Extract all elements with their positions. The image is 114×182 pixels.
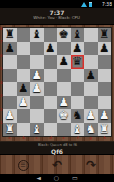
square-e6[interactable]: ♟: [57, 55, 71, 69]
square-c6[interactable]: [30, 55, 44, 69]
square-b3[interactable]: ♟: [17, 96, 31, 110]
square-e8[interactable]: ♚: [57, 28, 71, 42]
square-g7[interactable]: [84, 42, 98, 56]
rank-label-5: 5: [0, 67, 2, 71]
file-label-f: f: [74, 136, 80, 139]
square-a8[interactable]: 8♜: [3, 28, 17, 42]
move-text: Qf6: [51, 148, 63, 155]
recents-icon[interactable]: ▭: [72, 175, 78, 181]
game-header: 7:37 White: You · Black: CPU: [0, 8, 114, 25]
square-d8[interactable]: [44, 28, 58, 42]
rank-label-2: 2: [0, 108, 2, 112]
square-h1[interactable]: ♜: [98, 123, 112, 137]
rank-label-7: 7: [0, 40, 2, 44]
chess-board[interactable]: 8♜♝♚♝♜7♟♟♟♟6♟♛5♟♟4♟♟3♟♟2♟♚♞♟♟1♜♝♝♞♜: [3, 28, 111, 136]
black-queen-f6[interactable]: ♛: [72, 55, 82, 69]
file-label-h: h: [101, 136, 107, 139]
black-rook-a8[interactable]: ♜: [5, 28, 15, 42]
home-icon[interactable]: ○: [54, 175, 59, 181]
square-c2[interactable]: [30, 109, 44, 123]
square-g4[interactable]: [84, 82, 98, 96]
square-e3[interactable]: ♟: [57, 96, 71, 110]
square-g5[interactable]: ♟: [84, 69, 98, 83]
file-label-a: a: [7, 136, 13, 139]
square-f6[interactable]: ♛: [71, 55, 85, 69]
black-pawn-e6[interactable]: ♟: [59, 55, 69, 69]
white-pawn-e3[interactable]: ♟: [59, 96, 69, 110]
square-b7[interactable]: [17, 42, 31, 56]
white-bishop-f1[interactable]: ♝: [72, 123, 82, 137]
square-b1[interactable]: [17, 123, 31, 137]
redo-button[interactable]: ↷: [84, 158, 98, 172]
square-d7[interactable]: ♟: [44, 42, 58, 56]
square-a5[interactable]: 5: [3, 69, 17, 83]
square-d2[interactable]: [44, 109, 58, 123]
black-pawn-d7[interactable]: ♟: [45, 42, 55, 56]
square-g1[interactable]: ♞: [84, 123, 98, 137]
square-h5[interactable]: [98, 69, 112, 83]
square-g6[interactable]: [84, 55, 98, 69]
file-label-e: e: [61, 136, 67, 139]
square-g8[interactable]: [84, 28, 98, 42]
square-h8[interactable]: ♜: [98, 28, 112, 42]
square-c3[interactable]: [30, 96, 44, 110]
white-rook-h1[interactable]: ♜: [99, 123, 109, 137]
square-f4[interactable]: [71, 82, 85, 96]
rank-label-3: 3: [0, 94, 2, 98]
square-e1[interactable]: [57, 123, 71, 137]
undo-button[interactable]: ↶: [50, 158, 64, 172]
black-pawn-b4[interactable]: ♟: [18, 82, 28, 96]
white-pawn-h2[interactable]: ♟: [99, 109, 109, 123]
square-a3[interactable]: 3: [3, 96, 17, 110]
menu-icon: ☰: [18, 160, 29, 171]
square-e2[interactable]: ♚: [57, 109, 71, 123]
square-a7[interactable]: 7♟: [3, 42, 17, 56]
white-knight-g1[interactable]: ♞: [86, 123, 96, 137]
square-a4[interactable]: 4: [3, 82, 17, 96]
back-icon[interactable]: ◄: [36, 175, 41, 181]
square-e5[interactable]: [57, 69, 71, 83]
header-subtitle: White: You · Black: CPU: [34, 16, 81, 20]
rank-label-4: 4: [0, 81, 2, 85]
square-b6[interactable]: [17, 55, 31, 69]
white-pawn-a2[interactable]: ♟: [5, 109, 15, 123]
phone-screen: 7:38 7:37 White: You · Black: CPU 8♜♝♚♝♜…: [0, 0, 114, 182]
white-pawn-c4[interactable]: ♟: [32, 82, 42, 96]
square-c7[interactable]: [30, 42, 44, 56]
square-c4[interactable]: ♟: [30, 82, 44, 96]
square-f5[interactable]: [71, 69, 85, 83]
white-rook-a1[interactable]: ♜: [5, 123, 15, 137]
black-knight-f2[interactable]: ♞: [72, 109, 82, 123]
square-f3[interactable]: [71, 96, 85, 110]
rank-label-6: 6: [0, 54, 2, 58]
black-pawn-h7[interactable]: ♟: [99, 42, 109, 56]
black-bishop-c8[interactable]: ♝: [32, 28, 42, 42]
file-label-g: g: [88, 136, 94, 139]
square-c5[interactable]: ♟: [30, 69, 44, 83]
square-c8[interactable]: ♝: [30, 28, 44, 42]
square-h6[interactable]: [98, 55, 112, 69]
move-info-bar: Black: Queen d8 to f6 Qf6: [0, 141, 114, 155]
redo-icon: ↷: [86, 159, 96, 171]
square-c1[interactable]: ♝: [30, 123, 44, 137]
square-d4[interactable]: [44, 82, 58, 96]
black-bishop-f8[interactable]: ♝: [72, 28, 82, 42]
white-king-e2[interactable]: ♚: [59, 109, 69, 123]
square-a1[interactable]: 1♜: [3, 123, 17, 137]
battery-icon: [89, 2, 92, 7]
white-pawn-c5[interactable]: ♟: [32, 69, 42, 83]
square-h2[interactable]: ♟: [98, 109, 112, 123]
status-bar: 7:38: [0, 0, 114, 8]
square-g2[interactable]: ♟: [84, 109, 98, 123]
black-king-e8[interactable]: ♚: [59, 28, 69, 42]
move-caption: Black: Queen d8 to f6: [37, 143, 76, 146]
square-b2[interactable]: [17, 109, 31, 123]
square-f2[interactable]: ♞: [71, 109, 85, 123]
rank-label-1: 1: [0, 121, 2, 125]
square-d5[interactable]: [44, 69, 58, 83]
square-d3[interactable]: [44, 96, 58, 110]
square-b8[interactable]: [17, 28, 31, 42]
file-label-b: b: [20, 136, 26, 139]
square-h7[interactable]: ♟: [98, 42, 112, 56]
square-f7[interactable]: ♟: [71, 42, 85, 56]
square-f8[interactable]: ♝: [71, 28, 85, 42]
square-a2[interactable]: 2♟: [3, 109, 17, 123]
square-d6[interactable]: [44, 55, 58, 69]
header-title: 7:37: [50, 9, 65, 16]
file-label-d: d: [47, 136, 53, 139]
rank-label-8: 8: [0, 27, 2, 31]
square-a6[interactable]: 6: [3, 55, 17, 69]
square-b5[interactable]: [17, 69, 31, 83]
black-pawn-f7[interactable]: ♟: [72, 42, 82, 56]
square-d1[interactable]: [44, 123, 58, 137]
square-e4[interactable]: [57, 82, 71, 96]
black-rook-h8[interactable]: ♜: [99, 28, 109, 42]
wifi-icon: [81, 2, 87, 7]
white-pawn-g2[interactable]: ♟: [86, 109, 96, 123]
android-nav-bar: ◄ ○ ▭: [0, 174, 114, 182]
black-pawn-g5[interactable]: ♟: [86, 69, 96, 83]
black-pawn-a7[interactable]: ♟: [5, 42, 15, 56]
square-g3[interactable]: [84, 96, 98, 110]
undo-icon: ↶: [52, 159, 62, 171]
white-bishop-c1[interactable]: ♝: [32, 123, 42, 137]
white-pawn-b3[interactable]: ♟: [18, 96, 28, 110]
bottom-toolbar: ☰↶↷: [0, 156, 114, 174]
square-h3[interactable]: [98, 96, 112, 110]
square-f1[interactable]: ♝: [71, 123, 85, 137]
menu-button[interactable]: ☰: [16, 158, 30, 172]
square-h4[interactable]: [98, 82, 112, 96]
square-b4[interactable]: ♟: [17, 82, 31, 96]
square-e7[interactable]: [57, 42, 71, 56]
file-label-c: c: [34, 136, 40, 139]
status-time: 7:38: [102, 2, 112, 7]
